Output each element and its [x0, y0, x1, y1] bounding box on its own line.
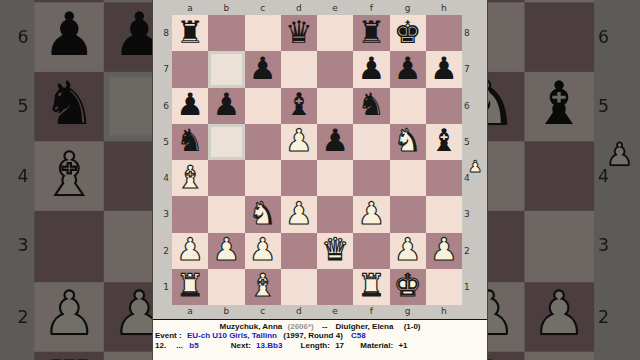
next-move-link[interactable]: 13.Bb3 — [256, 341, 282, 350]
white-rook-piece: ♜ — [176, 270, 204, 301]
file-label-a: a — [172, 305, 208, 319]
square-f6[interactable]: ♞ — [353, 88, 389, 124]
square-a5[interactable]: ♞ — [172, 124, 208, 160]
square-d6[interactable]: ♝ — [281, 88, 317, 124]
rank-label-2: 2 — [462, 233, 487, 269]
length-label: Length: — [301, 341, 330, 350]
players-separator: -- — [322, 322, 327, 331]
black-bishop-piece: ♝ — [430, 125, 458, 156]
square-g6[interactable] — [390, 88, 426, 124]
square-b1[interactable] — [208, 269, 244, 305]
rank-label-4: 4 — [153, 160, 172, 196]
white-player-rating: (2606*) — [288, 322, 314, 331]
square-d2[interactable] — [281, 233, 317, 269]
square-g8[interactable]: ♚ — [390, 15, 426, 51]
length-value: 17 — [335, 341, 344, 350]
file-label-c: c — [245, 305, 281, 319]
square-c1[interactable]: ♝ — [245, 269, 281, 305]
square-d8[interactable]: ♛ — [281, 15, 317, 51]
black-pawn-piece: ♟ — [176, 89, 204, 120]
rank-label-5: 5 — [153, 124, 172, 160]
event-detail: (1997, Round 4) — [283, 331, 343, 340]
square-b8[interactable] — [208, 15, 244, 51]
square-g2[interactable]: ♟ — [390, 233, 426, 269]
black-queen-piece: ♛ — [285, 17, 313, 48]
white-player-name: Muzychuk, Anna — [219, 322, 282, 331]
game-result: (1-0) — [404, 322, 421, 331]
white-knight-piece: ♞ — [394, 125, 422, 156]
white-bishop-piece: ♝ — [249, 270, 277, 301]
square-a7[interactable] — [172, 51, 208, 87]
square-f2[interactable] — [353, 233, 389, 269]
square-a1[interactable]: ♜ — [172, 269, 208, 305]
rank-label-7: 7 — [153, 51, 172, 87]
rank-label-3: 3 — [153, 196, 172, 232]
black-pawn-piece: ♟ — [357, 53, 385, 84]
current-move-link[interactable]: b5 — [189, 341, 198, 350]
square-e6[interactable] — [317, 88, 353, 124]
square-c2[interactable]: ♟ — [245, 233, 281, 269]
square-f1[interactable]: ♜ — [353, 269, 389, 305]
square-e7[interactable] — [317, 51, 353, 87]
file-label-c: c — [245, 0, 281, 15]
file-label-h: h — [426, 305, 462, 319]
square-e4[interactable] — [317, 160, 353, 196]
square-f7[interactable]: ♟ — [353, 51, 389, 87]
square-c4[interactable] — [245, 160, 281, 196]
file-label-e: e — [317, 305, 353, 319]
square-f4[interactable] — [353, 160, 389, 196]
square-g3[interactable] — [390, 196, 426, 232]
rank-label-8: 8 — [462, 15, 487, 51]
rank-label-1: 1 — [462, 269, 487, 305]
next-label: Next: — [231, 341, 251, 350]
square-d1[interactable] — [281, 269, 317, 305]
white-pawn-piece: ♟ — [249, 234, 277, 265]
material-indicator-white-pawn-icon: ♟ — [468, 159, 482, 175]
square-h5[interactable]: ♝ — [426, 124, 462, 160]
square-b5[interactable] — [208, 124, 244, 160]
file-label-d: d — [281, 305, 317, 319]
square-a2[interactable]: ♟ — [172, 233, 208, 269]
square-b3[interactable] — [208, 196, 244, 232]
square-b2[interactable]: ♟ — [208, 233, 244, 269]
black-pawn-piece: ♟ — [430, 53, 458, 84]
black-pawn-piece: ♟ — [212, 89, 240, 120]
white-pawn-piece: ♟ — [176, 234, 204, 265]
square-h6[interactable] — [426, 88, 462, 124]
black-pawn-piece: ♟ — [394, 53, 422, 84]
white-knight-piece: ♞ — [249, 198, 277, 229]
square-d3[interactable]: ♟ — [281, 196, 317, 232]
white-king-piece: ♚ — [394, 270, 422, 301]
square-h4[interactable] — [426, 160, 462, 196]
square-c7[interactable]: ♟ — [245, 51, 281, 87]
white-pawn-piece: ♟ — [285, 198, 313, 229]
file-label-e: e — [317, 0, 353, 15]
file-labels-bottom: abcdefgh — [153, 305, 487, 319]
black-king-piece: ♚ — [394, 17, 422, 48]
black-pawn-piece: ♟ — [321, 125, 349, 156]
rank-label-5: 5 — [462, 124, 487, 160]
black-knight-piece: ♞ — [357, 89, 385, 120]
video-frame: abcdefgh 87654321 ♜♛♜♚♟♟♟♟♟♟♝♞♞♟♟♞♝♝♞♟♟♟… — [0, 0, 640, 360]
square-g5[interactable]: ♞ — [390, 124, 426, 160]
players-line: Muzychuk, Anna (2606*) -- Diulgher, Elen… — [153, 322, 487, 331]
rank-labels-right: ♟ 87654321 — [462, 15, 487, 305]
square-d5[interactable]: ♟ — [281, 124, 317, 160]
square-c8[interactable] — [245, 15, 281, 51]
square-g4[interactable] — [390, 160, 426, 196]
white-pawn-piece: ♟ — [394, 234, 422, 265]
square-d4[interactable] — [281, 160, 317, 196]
rank-label-2: 2 — [153, 233, 172, 269]
square-f5[interactable] — [353, 124, 389, 160]
event-name-link[interactable]: EU-ch U10 Girls, Tallinn — [187, 331, 277, 340]
white-rook-piece: ♜ — [357, 270, 385, 301]
black-player-name: Diulgher, Elena — [336, 322, 394, 331]
black-bishop-piece: ♝ — [285, 89, 313, 120]
square-h8[interactable] — [426, 15, 462, 51]
square-a6[interactable]: ♟ — [172, 88, 208, 124]
rank-label-6: 6 — [462, 88, 487, 124]
white-queen-piece: ♛ — [321, 234, 349, 265]
move-dots: ... — [176, 341, 183, 350]
white-pawn-piece: ♟ — [285, 125, 313, 156]
white-pawn-piece: ♟ — [430, 234, 458, 265]
file-label-g: g — [390, 305, 426, 319]
square-f8[interactable]: ♜ — [353, 15, 389, 51]
white-pawn-piece: ♟ — [357, 198, 385, 229]
square-a8[interactable]: ♜ — [172, 15, 208, 51]
event-label: Event : — [155, 331, 182, 340]
black-pawn-piece: ♟ — [249, 53, 277, 84]
black-knight-piece: ♞ — [176, 125, 204, 156]
rank-label-6: 6 — [153, 88, 172, 124]
file-label-h: h — [426, 0, 462, 15]
square-a3[interactable] — [172, 196, 208, 232]
black-rook-piece: ♜ — [176, 17, 204, 48]
rank-label-8: 8 — [153, 15, 172, 51]
game-info-panel: Muzychuk, Anna (2606*) -- Diulgher, Elen… — [153, 319, 487, 360]
square-e3[interactable] — [317, 196, 353, 232]
chess-viewer-panel: abcdefgh 87654321 ♜♛♜♚♟♟♟♟♟♟♝♞♞♟♟♞♝♝♞♟♟♟… — [152, 0, 488, 360]
rank-label-3: 3 — [462, 196, 487, 232]
event-line: Event : EU-ch U10 Girls, Tallinn (1997, … — [153, 331, 487, 340]
square-h2[interactable]: ♟ — [426, 233, 462, 269]
file-label-b: b — [208, 0, 244, 15]
rank-labels-left: 87654321 — [153, 15, 172, 305]
white-bishop-piece: ♝ — [176, 162, 204, 193]
rank-label-1: 1 — [153, 269, 172, 305]
square-h3[interactable] — [426, 196, 462, 232]
square-c6[interactable] — [245, 88, 281, 124]
square-e5[interactable]: ♟ — [317, 124, 353, 160]
square-f3[interactable]: ♟ — [353, 196, 389, 232]
square-b6[interactable]: ♟ — [208, 88, 244, 124]
square-e8[interactable] — [317, 15, 353, 51]
square-g7[interactable]: ♟ — [390, 51, 426, 87]
rank-label-7: 7 — [462, 51, 487, 87]
file-label-f: f — [353, 305, 389, 319]
square-b4[interactable] — [208, 160, 244, 196]
file-label-b: b — [208, 305, 244, 319]
board-grid: ♜♛♜♚♟♟♟♟♟♟♝♞♞♟♟♞♝♝♞♟♟♟♟♟♛♟♟♜♝♜♚ — [172, 15, 462, 305]
white-pawn-piece: ♟ — [212, 234, 240, 265]
square-a4[interactable]: ♝ — [172, 160, 208, 196]
eco-code-link[interactable]: C58 — [351, 331, 366, 340]
square-b7[interactable] — [208, 51, 244, 87]
black-rook-piece: ♜ — [357, 17, 385, 48]
square-c3[interactable]: ♞ — [245, 196, 281, 232]
material-label: Material: — [360, 341, 393, 350]
square-e1[interactable] — [317, 269, 353, 305]
square-d7[interactable] — [281, 51, 317, 87]
square-e2[interactable]: ♛ — [317, 233, 353, 269]
square-h1[interactable] — [426, 269, 462, 305]
move-number: 12. — [155, 341, 166, 350]
square-g1[interactable]: ♚ — [390, 269, 426, 305]
square-c5[interactable] — [245, 124, 281, 160]
material-value: +1 — [398, 341, 407, 350]
square-h7[interactable]: ♟ — [426, 51, 462, 87]
move-line: 12. ... b5 Next: 13.Bb3 Length: 17 Mater… — [153, 341, 487, 350]
